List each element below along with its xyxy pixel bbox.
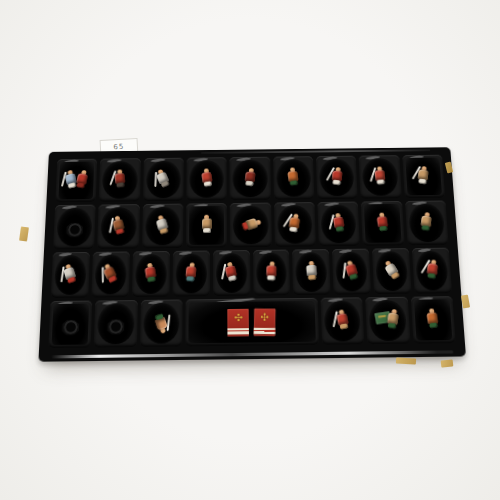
figure-well [274, 202, 316, 247]
empty-well [48, 301, 92, 349]
well-recess [58, 162, 94, 200]
figure-well [372, 248, 412, 294]
well-recess [414, 299, 453, 340]
well-recess [97, 303, 134, 344]
well-recess [233, 205, 269, 244]
figure-well [172, 251, 209, 297]
figure-well [361, 201, 404, 246]
well-recess [189, 160, 224, 198]
figure-well [405, 201, 449, 246]
miniature-figure [197, 167, 217, 189]
well-recess [216, 253, 247, 293]
miniature-figure [108, 214, 130, 238]
miniature-figure [71, 169, 93, 191]
tray-row [51, 248, 452, 298]
octagon-moulding [107, 319, 125, 335]
miniature-figure [238, 213, 263, 236]
tape-mark [441, 359, 454, 367]
figure-well [230, 157, 271, 201]
figure-well [292, 249, 331, 295]
figure-well [140, 299, 183, 346]
miniature-figure [414, 165, 433, 187]
figure-well [359, 155, 402, 198]
well-recess [146, 161, 181, 199]
gold-emblem-icon: ✣ [234, 312, 243, 322]
tray-grid: ✣✣ [48, 155, 455, 348]
miniature-figure [370, 166, 390, 187]
miniature-figure [284, 213, 305, 236]
tray-row [53, 201, 449, 250]
miniature-figure [422, 258, 442, 281]
miniature-figure [240, 167, 259, 188]
miniature-figure [331, 308, 354, 332]
figure-well [51, 252, 90, 298]
empty-well [94, 300, 138, 348]
miniature-figure [220, 260, 242, 284]
miniature-figure [372, 212, 393, 234]
figure-well [321, 297, 365, 344]
well-recess [405, 158, 442, 196]
miniature-figure [198, 215, 216, 235]
miniature-figure [149, 310, 173, 336]
well-recess [145, 206, 181, 245]
miniature-figure [283, 167, 303, 188]
well-recess [408, 203, 446, 242]
figure-well [186, 203, 227, 248]
miniature-figure [382, 308, 403, 332]
tray-row: ✣✣ [48, 296, 455, 348]
well-recess [52, 304, 90, 345]
miniature-figure [98, 261, 123, 288]
miniature-figure [340, 259, 364, 284]
miniature-figure [417, 211, 436, 233]
well-recess [320, 204, 357, 243]
well-recess [135, 254, 167, 294]
well-recess [415, 251, 449, 291]
well-recess [175, 253, 206, 293]
miniature-figure [328, 212, 349, 235]
well-recess [56, 208, 93, 247]
well-recess [375, 251, 408, 291]
figure-well [366, 297, 411, 344]
figure-well [410, 296, 455, 343]
well-recess [143, 303, 180, 344]
well-recess [335, 252, 368, 292]
figure-well [132, 251, 170, 297]
figure-well [186, 157, 227, 201]
well-recess [295, 252, 327, 292]
figure-well [402, 155, 445, 198]
figure-well [252, 250, 290, 296]
figure-well [142, 204, 184, 249]
miniature-figure [327, 166, 346, 187]
figure-well [55, 159, 97, 203]
well-recess [189, 206, 224, 245]
miniature-figure [151, 213, 174, 237]
figure-well [143, 158, 184, 202]
figure-well [91, 251, 130, 297]
miniature-figure [59, 262, 82, 287]
figure-well [230, 203, 272, 248]
miniature-figure [140, 262, 161, 286]
octagon-moulding [66, 223, 84, 238]
miniature-figure [262, 261, 281, 283]
well-recess [102, 161, 138, 199]
red-card-box: ✣ [254, 308, 276, 336]
empty-well [53, 205, 96, 250]
well-recess [94, 254, 126, 294]
figure-well [97, 204, 139, 249]
figure-well [412, 248, 452, 294]
figure-well [316, 156, 358, 199]
well-recess [362, 158, 398, 196]
miniature-figure [378, 257, 405, 284]
miniature-figure [110, 169, 129, 190]
well-recess [256, 253, 288, 293]
tape-mark [396, 357, 416, 364]
gold-emblem-icon: ✣ [261, 312, 270, 322]
well-recess [233, 160, 268, 198]
figure-tray: ✣✣ [38, 147, 466, 361]
well-recess [100, 207, 136, 246]
miniature-figure [151, 167, 175, 192]
well-recess [319, 159, 355, 197]
red-card-box: ✣ [228, 308, 250, 336]
miniature-figure [422, 308, 443, 331]
figure-well [332, 249, 371, 295]
well-recess: ✣✣ [188, 301, 316, 343]
miniature-figure [181, 262, 201, 284]
figure-well [213, 250, 250, 296]
octagon-moulding [61, 320, 79, 336]
well-recess [364, 204, 401, 243]
accessory-well: ✣✣ [185, 298, 319, 347]
well-recess [54, 255, 87, 295]
figure-well [99, 158, 141, 202]
well-recess [324, 300, 362, 341]
well-recess [277, 205, 313, 244]
well-recess [369, 300, 407, 341]
figure-well [273, 156, 315, 199]
tray-row [55, 155, 445, 203]
well-recess [276, 159, 312, 197]
miniature-figure [302, 261, 322, 283]
figure-well [317, 202, 360, 247]
